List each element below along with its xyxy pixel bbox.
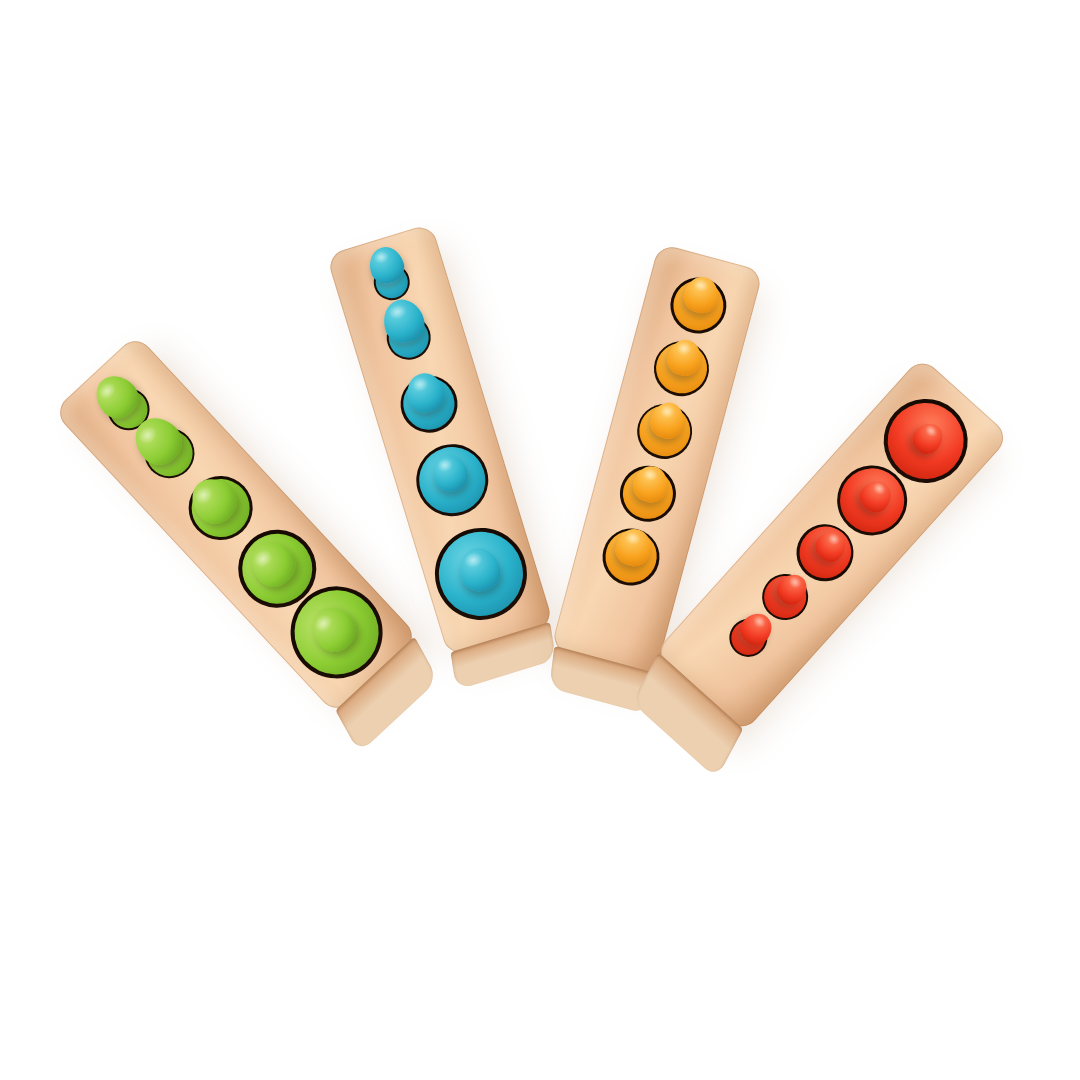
green-cylinder-2-knob-highlight: [135, 422, 160, 447]
blue-cylinder-3-knob-highlight: [410, 376, 429, 393]
green-cylinder-1-knob-highlight: [96, 379, 119, 402]
orange-cylinder-1-knob-highlight: [692, 278, 709, 294]
red-cylinder-4-knob-highlight: [787, 574, 803, 590]
orange-cylinder-5-knob-highlight: [624, 530, 642, 546]
orange-cylinder-3-knob-highlight: [659, 404, 676, 419]
blue-cylinder-1-knob-highlight: [372, 249, 390, 265]
red-cylinder-5-knob-highlight: [751, 613, 768, 630]
product-photo-stage: [0, 0, 1080, 1080]
orange-cylinder-2-knob-highlight: [676, 341, 693, 356]
red-cylinder-1-knob-highlight: [923, 423, 939, 439]
red-cylinder-2-knob-highlight: [871, 481, 888, 498]
blue-cylinder-4-knob-highlight: [436, 457, 454, 474]
red-cylinder-3-knob-highlight: [826, 531, 842, 547]
cylinder-block-green: [53, 333, 419, 714]
green-cylinder-3-knob-highlight: [192, 482, 216, 506]
orange-cylinder-4-knob-highlight: [641, 467, 658, 483]
green-cylinder-4-knob-highlight: [251, 546, 275, 570]
green-cylinder-5-knob-highlight: [311, 611, 335, 635]
blue-cylinder-5-knob-highlight: [463, 551, 484, 570]
blue-cylinder-2-knob-highlight: [387, 302, 408, 321]
